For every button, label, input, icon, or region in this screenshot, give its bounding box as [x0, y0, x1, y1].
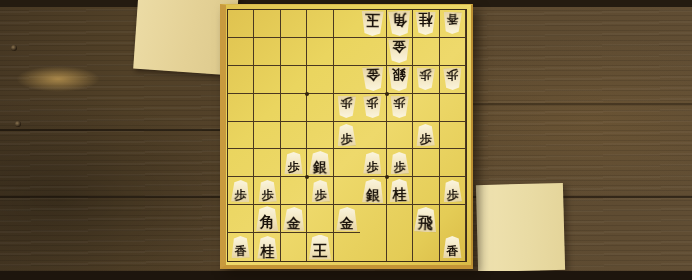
shogi-board: 玉角桂香金金銀歩歩歩歩歩歩歩歩銀歩歩歩歩歩銀桂歩角金金飛香桂王香	[220, 4, 473, 269]
board-square[interactable]	[307, 205, 333, 233]
board-square[interactable]: 香	[440, 10, 466, 38]
board-square[interactable]	[440, 94, 466, 122]
shogi-piece-gote-knight[interactable]: 桂	[415, 12, 436, 35]
shogi-piece-sente-king[interactable]: 王	[309, 235, 332, 260]
shogi-piece-gote-bishop[interactable]: 角	[387, 11, 411, 37]
board-square[interactable]: 桂	[387, 177, 413, 205]
board-square[interactable]: 歩	[228, 177, 254, 205]
star-point	[305, 92, 309, 96]
board-square[interactable]	[334, 66, 360, 94]
board-square[interactable]: 歩	[334, 122, 360, 150]
shogi-piece-sente-pawn[interactable]: 歩	[389, 152, 409, 175]
board-square[interactable]: 歩	[254, 177, 280, 205]
shogi-piece-sente-lance[interactable]: 香	[443, 236, 462, 258]
board-square[interactable]	[440, 122, 466, 150]
wood-knot	[16, 66, 100, 92]
board-square[interactable]	[254, 38, 280, 66]
board-square[interactable]: 飛	[413, 205, 439, 233]
star-point	[385, 175, 389, 179]
board-square[interactable]: 銀	[387, 66, 413, 94]
board-square[interactable]	[413, 94, 439, 122]
board-square[interactable]	[413, 177, 439, 205]
board-square[interactable]	[281, 66, 307, 94]
board-square[interactable]: 歩	[360, 149, 386, 177]
board-square[interactable]: 歩	[387, 94, 413, 122]
board-square[interactable]	[228, 38, 254, 66]
board-square[interactable]: 角	[254, 205, 280, 233]
board-square[interactable]	[334, 233, 360, 261]
board-square[interactable]	[281, 94, 307, 122]
board-square[interactable]	[281, 122, 307, 150]
board-grid: 玉角桂香金金銀歩歩歩歩歩歩歩歩銀歩歩歩歩歩銀桂歩角金金飛香桂王香	[227, 9, 467, 262]
board-square[interactable]	[334, 149, 360, 177]
board-square[interactable]: 玉	[360, 10, 386, 38]
board-square[interactable]: 桂	[413, 10, 439, 38]
board-square[interactable]	[413, 233, 439, 261]
board-square[interactable]: 香	[228, 233, 254, 261]
board-square[interactable]	[228, 149, 254, 177]
board-square[interactable]: 歩	[413, 66, 439, 94]
shogi-piece-gote-gold[interactable]: 金	[362, 67, 385, 92]
board-square[interactable]	[281, 177, 307, 205]
board-square[interactable]: 銀	[360, 177, 386, 205]
board-square[interactable]	[307, 10, 333, 38]
shogi-piece-gote-pawn[interactable]: 歩	[363, 96, 382, 118]
star-point	[305, 175, 309, 179]
board-square[interactable]	[228, 94, 254, 122]
shogi-piece-sente-pawn[interactable]: 歩	[284, 152, 303, 174]
board-square[interactable]: 桂	[254, 233, 280, 261]
shogi-piece-gote-pawn[interactable]: 歩	[416, 68, 436, 91]
board-square[interactable]: 歩	[334, 94, 360, 122]
shogi-piece-sente-knight[interactable]: 桂	[389, 179, 410, 202]
table-plank-seam	[0, 129, 221, 131]
board-square[interactable]	[440, 149, 466, 177]
board-square[interactable]	[254, 122, 280, 150]
shogi-piece-gote-gold[interactable]: 金	[388, 39, 410, 63]
board-square[interactable]	[307, 122, 333, 150]
board-square[interactable]	[360, 233, 386, 261]
shogi-piece-sente-gold[interactable]: 金	[282, 206, 305, 231]
board-square[interactable]	[334, 177, 360, 205]
board-square[interactable]	[254, 10, 280, 38]
board-square[interactable]	[334, 38, 360, 66]
shogi-piece-sente-lance[interactable]: 香	[231, 236, 250, 258]
shogi-piece-sente-pawn[interactable]: 歩	[310, 179, 330, 202]
shogi-piece-sente-pawn[interactable]: 歩	[231, 179, 251, 202]
board-square[interactable]	[228, 205, 254, 233]
board-square[interactable]	[281, 233, 307, 261]
shogi-piece-sente-silver[interactable]: 銀	[362, 178, 385, 203]
board-square[interactable]: 歩	[387, 149, 413, 177]
board-square[interactable]	[254, 149, 280, 177]
table-plank-seam	[473, 103, 692, 105]
board-square[interactable]	[307, 66, 333, 94]
board-square[interactable]	[254, 66, 280, 94]
shogi-piece-sente-knight[interactable]: 桂	[256, 235, 277, 258]
shogi-piece-gote-pawn[interactable]: 歩	[390, 96, 409, 118]
board-square[interactable]	[440, 205, 466, 233]
board-square[interactable]	[387, 122, 413, 150]
board-square[interactable]	[228, 122, 254, 150]
shogi-piece-sente-silver[interactable]: 銀	[309, 150, 332, 175]
table-edge-shadow-bottom	[0, 271, 692, 280]
shogi-piece-sente-pawn[interactable]: 歩	[416, 124, 435, 146]
board-square[interactable]: 王	[307, 233, 333, 261]
board-square[interactable]: 歩	[307, 177, 333, 205]
board-square[interactable]	[440, 38, 466, 66]
board-square[interactable]: 歩	[413, 122, 439, 150]
board-square[interactable]	[254, 94, 280, 122]
shogi-piece-sente-pawn[interactable]: 歩	[257, 180, 276, 202]
shogi-piece-gote-silver[interactable]: 銀	[388, 67, 410, 91]
shogi-piece-gote-pawn[interactable]: 歩	[443, 68, 462, 90]
board-square[interactable]: 歩	[360, 94, 386, 122]
shogi-piece-gote-pawn[interactable]: 歩	[337, 96, 357, 119]
board-square[interactable]	[307, 38, 333, 66]
shogi-piece-gote-lance[interactable]: 香	[442, 12, 462, 35]
shogi-piece-sente-rook[interactable]: 飛	[414, 206, 438, 232]
board-square[interactable]: 角	[387, 10, 413, 38]
shogi-piece-gote-king[interactable]: 玉	[361, 11, 384, 36]
shogi-piece-sente-pawn[interactable]: 歩	[337, 124, 357, 147]
board-square[interactable]: 金	[334, 205, 360, 233]
table-screw	[15, 121, 21, 127]
board-square[interactable]: 金	[360, 66, 386, 94]
board-square[interactable]: 歩	[281, 149, 307, 177]
board-square[interactable]	[334, 10, 360, 38]
board-square[interactable]	[281, 10, 307, 38]
board-square[interactable]: 香	[440, 233, 466, 261]
board-square[interactable]	[387, 233, 413, 261]
table-screw	[11, 45, 17, 51]
board-square[interactable]	[228, 66, 254, 94]
board-square[interactable]: 歩	[440, 177, 466, 205]
shogi-piece-sente-pawn[interactable]: 歩	[363, 152, 382, 174]
board-square[interactable]	[307, 94, 333, 122]
shogi-piece-sente-gold[interactable]: 金	[336, 206, 358, 230]
board-square[interactable]: 歩	[440, 66, 466, 94]
board-square[interactable]	[281, 38, 307, 66]
board-square[interactable]	[387, 205, 413, 233]
shogi-piece-sente-pawn[interactable]: 歩	[442, 179, 462, 202]
board-square[interactable]	[228, 10, 254, 38]
shogi-photo-scene: 玉角桂香金金銀歩歩歩歩歩歩歩歩銀歩歩歩歩歩銀桂歩角金金飛香桂王香	[0, 0, 692, 280]
board-square[interactable]: 銀	[307, 149, 333, 177]
board-square[interactable]: 金	[281, 205, 307, 233]
board-square[interactable]	[360, 205, 386, 233]
board-square[interactable]: 金	[387, 38, 413, 66]
board-square[interactable]	[413, 38, 439, 66]
shogi-piece-sente-bishop[interactable]: 角	[256, 206, 279, 231]
piece-stand-bottom-right	[476, 183, 565, 272]
board-square[interactable]	[413, 149, 439, 177]
board-square[interactable]	[360, 38, 386, 66]
board-square[interactable]	[360, 122, 386, 150]
star-point	[385, 92, 389, 96]
